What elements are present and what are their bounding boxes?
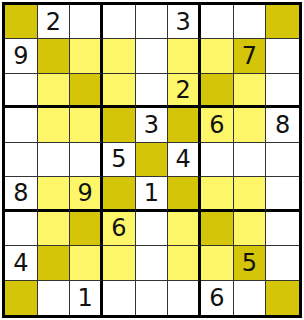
cell-r4c4[interactable] xyxy=(103,108,136,142)
cell-r6c6[interactable] xyxy=(168,177,201,211)
given-digit: 2 xyxy=(176,78,191,102)
cell-r6c9[interactable] xyxy=(266,177,299,211)
cell-r2c3[interactable] xyxy=(70,39,103,73)
cell-r7c8[interactable] xyxy=(234,212,267,246)
given-digit: 7 xyxy=(242,44,257,68)
given-digit: 1 xyxy=(78,286,93,310)
cell-r6c8[interactable] xyxy=(234,177,267,211)
given-digit: 2 xyxy=(46,10,61,34)
cell-r7c5[interactable] xyxy=(136,212,169,246)
given-digit: 3 xyxy=(144,113,159,137)
cell-r1c1[interactable] xyxy=(5,5,38,39)
cell-r4c6[interactable] xyxy=(168,108,201,142)
cell-r4c7[interactable]: 6 xyxy=(201,108,234,142)
cell-r4c1[interactable] xyxy=(5,108,38,142)
given-digit: 5 xyxy=(242,251,257,275)
cell-r3c2[interactable] xyxy=(38,74,71,108)
given-digit: 4 xyxy=(176,147,191,171)
given-digit: 1 xyxy=(144,181,159,205)
given-digit: 6 xyxy=(209,286,224,310)
cell-r7c4[interactable]: 6 xyxy=(103,212,136,246)
cell-r5c9[interactable] xyxy=(266,143,299,177)
cell-r4c9[interactable]: 8 xyxy=(266,108,299,142)
cell-r1c8[interactable] xyxy=(234,5,267,39)
cell-r9c4[interactable] xyxy=(103,281,136,315)
sudoku-page: 239723685489164516 xyxy=(0,0,304,320)
cell-r5c8[interactable] xyxy=(234,143,267,177)
given-digit: 4 xyxy=(13,251,28,275)
cell-r1c6[interactable]: 3 xyxy=(168,5,201,39)
cell-r3c5[interactable] xyxy=(136,74,169,108)
cell-r7c7[interactable] xyxy=(201,212,234,246)
cell-r7c6[interactable] xyxy=(168,212,201,246)
cell-r6c7[interactable] xyxy=(201,177,234,211)
given-digit: 9 xyxy=(13,44,28,68)
cell-r8c3[interactable] xyxy=(70,246,103,280)
given-digit: 6 xyxy=(111,216,126,240)
cell-r8c4[interactable] xyxy=(103,246,136,280)
cell-r8c7[interactable] xyxy=(201,246,234,280)
cell-r3c6[interactable]: 2 xyxy=(168,74,201,108)
cell-r8c1[interactable]: 4 xyxy=(5,246,38,280)
cell-r7c2[interactable] xyxy=(38,212,71,246)
cell-r8c5[interactable] xyxy=(136,246,169,280)
cell-r6c2[interactable] xyxy=(38,177,71,211)
cell-r5c4[interactable]: 5 xyxy=(103,143,136,177)
cell-r5c5[interactable] xyxy=(136,143,169,177)
cell-r4c8[interactable] xyxy=(234,108,267,142)
cell-r7c1[interactable] xyxy=(5,212,38,246)
cell-r5c1[interactable] xyxy=(5,143,38,177)
cell-r9c6[interactable] xyxy=(168,281,201,315)
cell-r9c2[interactable] xyxy=(38,281,71,315)
cell-r2c8[interactable]: 7 xyxy=(234,39,267,73)
cell-r9c3[interactable]: 1 xyxy=(70,281,103,315)
cell-r3c8[interactable] xyxy=(234,74,267,108)
cell-r9c9[interactable] xyxy=(266,281,299,315)
cell-r1c3[interactable] xyxy=(70,5,103,39)
given-digit: 5 xyxy=(111,147,126,171)
cell-r8c8[interactable]: 5 xyxy=(234,246,267,280)
cell-r2c9[interactable] xyxy=(266,39,299,73)
cell-r4c3[interactable] xyxy=(70,108,103,142)
cell-r1c9[interactable] xyxy=(266,5,299,39)
cell-r6c3[interactable]: 9 xyxy=(70,177,103,211)
cell-r9c1[interactable] xyxy=(5,281,38,315)
given-digit: 3 xyxy=(176,10,191,34)
cell-r3c3[interactable] xyxy=(70,74,103,108)
cell-r9c8[interactable] xyxy=(234,281,267,315)
cell-r6c5[interactable]: 1 xyxy=(136,177,169,211)
given-digit: 8 xyxy=(13,181,28,205)
cell-r3c7[interactable] xyxy=(201,74,234,108)
cell-r6c4[interactable] xyxy=(103,177,136,211)
cell-r8c6[interactable] xyxy=(168,246,201,280)
cell-r4c2[interactable] xyxy=(38,108,71,142)
cell-r2c1[interactable]: 9 xyxy=(5,39,38,73)
cell-r9c7[interactable]: 6 xyxy=(201,281,234,315)
cell-r1c2[interactable]: 2 xyxy=(38,5,71,39)
cell-r7c3[interactable] xyxy=(70,212,103,246)
cell-r2c6[interactable] xyxy=(168,39,201,73)
cell-r4c5[interactable]: 3 xyxy=(136,108,169,142)
cell-r2c5[interactable] xyxy=(136,39,169,73)
cell-r9c5[interactable] xyxy=(136,281,169,315)
given-digit: 9 xyxy=(78,181,93,205)
given-digit: 6 xyxy=(209,113,224,137)
cell-r5c3[interactable] xyxy=(70,143,103,177)
cell-r2c7[interactable] xyxy=(201,39,234,73)
cell-r2c4[interactable] xyxy=(103,39,136,73)
cell-r5c7[interactable] xyxy=(201,143,234,177)
cell-r5c6[interactable]: 4 xyxy=(168,143,201,177)
sudoku-board: 239723685489164516 xyxy=(2,2,302,318)
cell-r7c9[interactable] xyxy=(266,212,299,246)
cell-r5c2[interactable] xyxy=(38,143,71,177)
cell-r1c4[interactable] xyxy=(103,5,136,39)
cell-r3c1[interactable] xyxy=(5,74,38,108)
cell-r2c2[interactable] xyxy=(38,39,71,73)
cell-r8c2[interactable] xyxy=(38,246,71,280)
cell-r6c1[interactable]: 8 xyxy=(5,177,38,211)
cell-r1c7[interactable] xyxy=(201,5,234,39)
cell-r1c5[interactable] xyxy=(136,5,169,39)
cell-r3c4[interactable] xyxy=(103,74,136,108)
cell-r8c9[interactable] xyxy=(266,246,299,280)
given-digit: 8 xyxy=(275,113,290,137)
cell-r3c9[interactable] xyxy=(266,74,299,108)
